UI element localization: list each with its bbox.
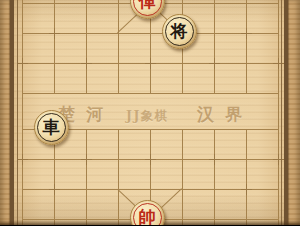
board-margin-left [0,0,10,225]
piece-glyph: 車 [35,111,68,144]
position-marker [17,154,28,165]
board-frame-left-inner [17,0,18,225]
grid-file-line [246,0,247,94]
position-marker [273,154,284,165]
board-frame-left-outer [10,0,14,225]
board-margin-right [288,0,300,225]
grid-file-line [54,0,55,94]
piece-glyph: 帥 [131,201,164,226]
grid-file-line [22,0,23,225]
xiangqi-board[interactable]: 楚河 JJ象棋 汉界 俥 将 車 帥 [0,0,300,225]
grid-file-line [214,0,215,94]
piece-glyph: 将 [163,15,196,48]
position-marker [241,28,252,39]
river-label-app-watermark: JJ象棋 [126,108,169,125]
board-frame-right-inner [281,0,282,225]
piece-glyph: 俥 [131,0,164,18]
position-marker [145,154,156,165]
piece-black-general[interactable]: 将 [162,14,197,49]
piece-black-chariot[interactable]: 車 [34,110,69,145]
position-marker [209,58,220,69]
piece-red-general[interactable]: 帥 [130,200,165,226]
position-marker [273,58,284,69]
piece-red-chariot[interactable]: 俥 [130,0,165,19]
position-marker [145,58,156,69]
position-marker [49,184,60,195]
position-marker [81,154,92,165]
position-marker [17,58,28,69]
position-marker [241,184,252,195]
grid-file-line [278,0,279,225]
grid-file-line [86,0,87,94]
grid-file-line [86,129,87,225]
position-marker [209,154,220,165]
grid-file-line [246,129,247,225]
grid-file-line [118,0,119,94]
grid-file-line [182,129,183,225]
grid-file-line [214,129,215,225]
grid-file-line [118,129,119,225]
position-marker [81,58,92,69]
river-label-hanjie: 汉界 [197,103,253,126]
position-marker [49,28,60,39]
board-frame-right-outer [284,0,288,225]
